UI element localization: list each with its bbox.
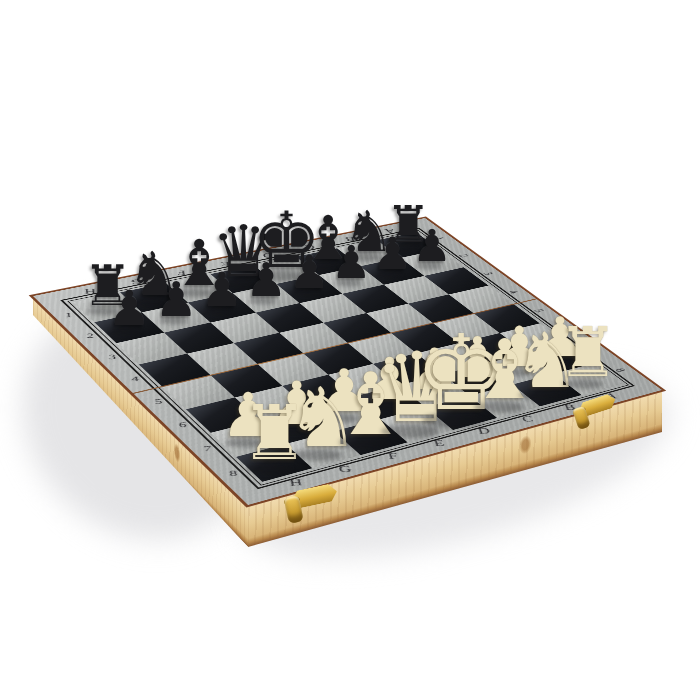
rank-label-left-8: 8 [229,469,238,479]
file-label-near-G: G [338,464,353,475]
rank-label-left-2: 2 [86,332,94,340]
file-label-near-H: H [288,477,303,488]
file-label-far-H: H [84,287,96,295]
rank-label-left-4: 4 [131,375,139,384]
file-label-far-A: A [383,227,395,234]
file-label-far-D: D [262,252,274,259]
chess-set-photo: 1122334455667788HHGGFFEEDDCCBBAA ♜♞♝♛♚♝♞… [0,0,700,700]
file-label-far-B: B [344,235,356,242]
file-label-far-G: G [130,278,142,286]
file-label-far-E: E [220,260,231,267]
rank-label-left-5: 5 [154,397,163,406]
rank-label-left-3: 3 [108,353,116,361]
file-label-far-C: C [304,243,316,250]
file-label-far-F: F [177,269,187,277]
rank-label-left-6: 6 [178,420,187,429]
rank-label-left-1: 1 [65,311,73,319]
rank-label-left-7: 7 [203,444,212,454]
